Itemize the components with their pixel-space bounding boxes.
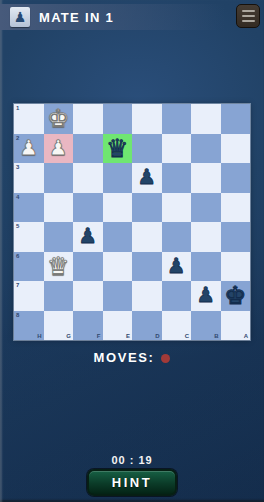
rank-label-3: 3: [16, 164, 19, 170]
square-c5[interactable]: [162, 222, 192, 252]
piece-white-pawn-g2[interactable]: ♟: [44, 134, 74, 164]
moves-label: MOVES:: [94, 350, 155, 365]
square-f7[interactable]: [73, 281, 103, 311]
piece-black-pawn-c6[interactable]: ♟: [162, 252, 192, 282]
square-g5[interactable]: [44, 222, 74, 252]
square-e8[interactable]: E: [103, 311, 133, 341]
piece-black-pawn-b7[interactable]: ♟: [191, 281, 221, 311]
rank-label-7: 7: [16, 282, 19, 288]
square-g7[interactable]: [44, 281, 74, 311]
square-d4[interactable]: [132, 193, 162, 223]
file-label-b: B: [214, 333, 218, 339]
square-a4[interactable]: [221, 193, 251, 223]
square-c3[interactable]: [162, 163, 192, 193]
square-f6[interactable]: [73, 252, 103, 282]
square-h3[interactable]: 3: [14, 163, 44, 193]
rank-label-6: 6: [16, 253, 19, 259]
square-d2[interactable]: [132, 134, 162, 164]
square-e3[interactable]: [103, 163, 133, 193]
square-h2[interactable]: 2♟: [14, 134, 44, 164]
rank-label-8: 8: [16, 312, 19, 318]
square-a2[interactable]: [221, 134, 251, 164]
file-label-g: G: [66, 333, 71, 339]
square-g2[interactable]: ♟: [44, 134, 74, 164]
square-e6[interactable]: [103, 252, 133, 282]
file-label-h: H: [37, 333, 41, 339]
square-h1[interactable]: 1: [14, 104, 44, 134]
square-c2[interactable]: [162, 134, 192, 164]
square-e5[interactable]: [103, 222, 133, 252]
square-f2[interactable]: [73, 134, 103, 164]
square-b8[interactable]: B: [191, 311, 221, 341]
square-f1[interactable]: [73, 104, 103, 134]
timer: 00 : 19: [0, 454, 264, 466]
rank-label-1: 1: [16, 105, 19, 111]
square-h7[interactable]: 7: [14, 281, 44, 311]
square-g6[interactable]: ♛: [44, 252, 74, 282]
square-h4[interactable]: 4: [14, 193, 44, 223]
square-a1[interactable]: [221, 104, 251, 134]
square-f5[interactable]: ♟: [73, 222, 103, 252]
piece-black-queen-e2[interactable]: ♛: [103, 134, 133, 164]
app-screen: ♟ MATE IN 1 1♚2♟♟♛3♟45♟6♛♟7♟♚8HGFEDCBA M…: [0, 0, 264, 502]
file-label-a: A: [244, 333, 248, 339]
hamburger-menu-button[interactable]: [236, 4, 260, 28]
square-b2[interactable]: [191, 134, 221, 164]
square-e2[interactable]: ♛: [103, 134, 133, 164]
square-c7[interactable]: [162, 281, 192, 311]
square-a5[interactable]: [221, 222, 251, 252]
hamburger-bar: [242, 10, 255, 13]
hint-button[interactable]: HINT: [87, 469, 177, 496]
header-bar: ♟ MATE IN 1: [0, 4, 232, 30]
square-b5[interactable]: [191, 222, 221, 252]
square-f3[interactable]: [73, 163, 103, 193]
moves-row: MOVES:: [0, 350, 264, 365]
app-logo-pawn-icon: ♟: [10, 7, 30, 27]
piece-white-king-g1[interactable]: ♚: [44, 104, 74, 134]
square-a3[interactable]: [221, 163, 251, 193]
square-b6[interactable]: [191, 252, 221, 282]
square-c1[interactable]: [162, 104, 192, 134]
square-g1[interactable]: ♚: [44, 104, 74, 134]
piece-black-pawn-d3[interactable]: ♟: [132, 163, 162, 193]
square-d7[interactable]: [132, 281, 162, 311]
piece-white-queen-g6[interactable]: ♛: [44, 252, 74, 282]
square-f4[interactable]: [73, 193, 103, 223]
square-c6[interactable]: ♟: [162, 252, 192, 282]
file-label-f: F: [97, 333, 101, 339]
square-h6[interactable]: 6: [14, 252, 44, 282]
page-title: MATE IN 1: [39, 10, 114, 25]
square-d6[interactable]: [132, 252, 162, 282]
square-c4[interactable]: [162, 193, 192, 223]
square-c8[interactable]: C: [162, 311, 192, 341]
square-g3[interactable]: [44, 163, 74, 193]
chess-board: 1♚2♟♟♛3♟45♟6♛♟7♟♚8HGFEDCBA: [14, 104, 250, 340]
piece-black-pawn-f5[interactable]: ♟: [73, 222, 103, 252]
square-b4[interactable]: [191, 193, 221, 223]
square-a8[interactable]: A: [221, 311, 251, 341]
hint-button-label: HINT: [112, 475, 152, 490]
hamburger-bar: [242, 15, 255, 18]
file-label-d: D: [155, 333, 159, 339]
square-e1[interactable]: [103, 104, 133, 134]
file-label-c: C: [185, 333, 189, 339]
move-result-dot: [161, 354, 170, 363]
square-g8[interactable]: G: [44, 311, 74, 341]
square-e4[interactable]: [103, 193, 133, 223]
square-e7[interactable]: [103, 281, 133, 311]
rank-label-5: 5: [16, 223, 19, 229]
square-g4[interactable]: [44, 193, 74, 223]
square-b7[interactable]: ♟: [191, 281, 221, 311]
square-d1[interactable]: [132, 104, 162, 134]
square-d8[interactable]: D: [132, 311, 162, 341]
square-d3[interactable]: ♟: [132, 163, 162, 193]
rank-label-4: 4: [16, 194, 19, 200]
hamburger-bar: [242, 20, 255, 23]
square-b3[interactable]: [191, 163, 221, 193]
square-a7[interactable]: ♚: [221, 281, 251, 311]
square-h5[interactable]: 5: [14, 222, 44, 252]
square-f8[interactable]: F: [73, 311, 103, 341]
file-label-e: E: [126, 333, 130, 339]
piece-black-king-a7[interactable]: ♚: [221, 281, 251, 311]
square-h8[interactable]: 8H: [14, 311, 44, 341]
piece-white-pawn-h2[interactable]: ♟: [14, 134, 44, 164]
square-a6[interactable]: [221, 252, 251, 282]
square-d5[interactable]: [132, 222, 162, 252]
square-b1[interactable]: [191, 104, 221, 134]
